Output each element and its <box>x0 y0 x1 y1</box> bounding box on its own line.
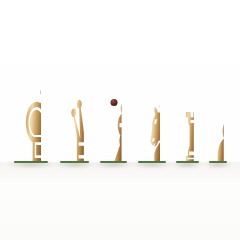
rook-icon: ♜ <box>181 105 195 172</box>
king-piece: ♚ <box>11 86 51 162</box>
knight-piece: ♞ <box>136 105 168 162</box>
pieces-row: ♚ ♛ ♝ ♞ ♜ ♟ <box>0 86 240 162</box>
queen-piece: ♛ <box>58 97 92 162</box>
pawn-piece: ♟ <box>207 120 229 162</box>
king-icon: ♚ <box>21 74 42 178</box>
chess-pieces-photo: ♚ ♛ ♝ ♞ ♜ ♟ <box>0 0 240 240</box>
rook-piece: ♜ <box>174 115 200 162</box>
pawn-icon: ♟ <box>212 104 223 172</box>
bishop-dark-finial <box>110 99 117 106</box>
knight-icon: ♞ <box>143 95 160 174</box>
bishop-icon: ♝ <box>106 94 122 174</box>
bishop-piece: ♝ <box>98 101 129 162</box>
queen-icon: ♛ <box>66 87 84 175</box>
